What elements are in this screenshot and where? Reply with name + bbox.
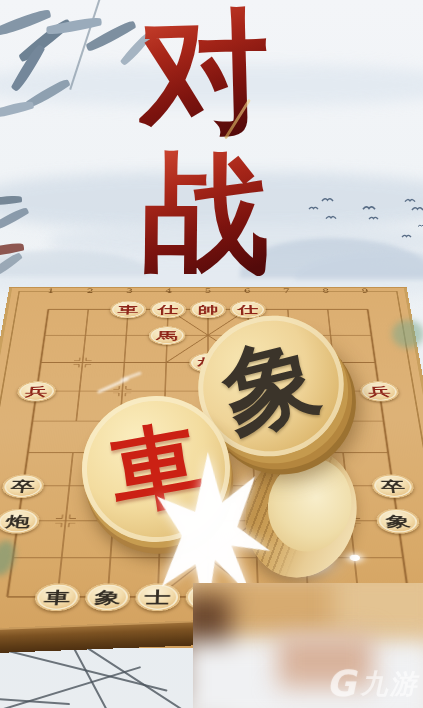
file-label: 5 [188,288,227,294]
bird-icon [418,225,423,226]
title-char-zhan: 战 [141,147,270,276]
piece-red-f1r4[interactable]: 兵 [16,381,57,401]
site-watermark: G 九游 [326,666,423,702]
piece-black-f2r10[interactable]: 車 [34,583,81,611]
file-label: 7 [267,288,307,294]
piece-black-f9r8[interactable]: 象 [375,509,421,534]
app-screen: 对 战 123456789 九八七六五四三二一 車仕帥仕馬相兵兵車卒卒炮炮象車象… [0,0,423,708]
piece-red-f5r1[interactable]: 帥 [190,301,226,318]
watermark-text: 九游 [359,666,423,702]
elephant-glyph: 象 [210,313,332,459]
file-label: 8 [306,288,346,294]
piece-black-f3r10[interactable]: 象 [84,583,130,611]
file-label: 6 [228,288,267,294]
file-label: 1 [31,288,71,294]
file-label: 9 [345,288,385,294]
file-label: 2 [70,288,110,294]
file-label: 4 [149,288,188,294]
file-label: 3 [110,288,150,294]
piece-black-f1r8[interactable]: 炮 [0,509,41,534]
watermark-logo-icon: G [326,666,363,702]
move-target-dot[interactable] [349,555,360,561]
piece-red-f3r1[interactable]: 車 [110,301,147,318]
piece-black-f1r7[interactable]: 卒 [1,474,45,497]
piece-red-f9r4[interactable]: 兵 [359,381,400,401]
title-char-dui: 对 [136,4,271,139]
piece-red-f4r2[interactable]: 馬 [149,326,186,344]
piece-black-f9r7[interactable]: 卒 [371,474,415,497]
foliage-blob [392,320,423,348]
piece-red-f4r1[interactable]: 仕 [150,301,186,318]
file-labels-top: 123456789 [31,288,385,294]
